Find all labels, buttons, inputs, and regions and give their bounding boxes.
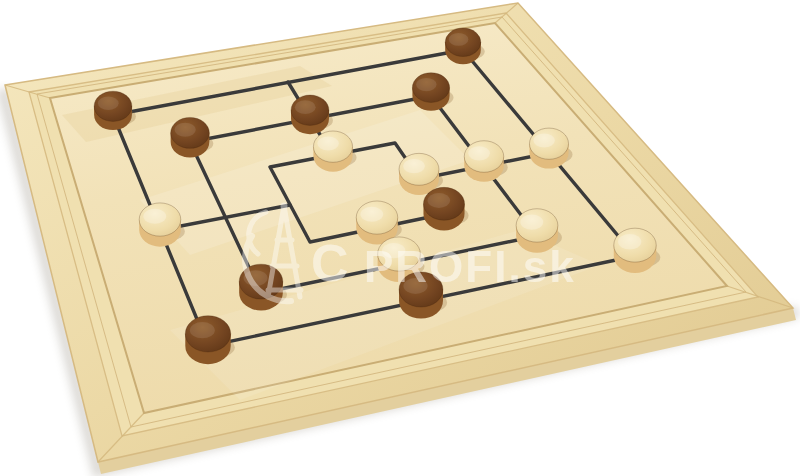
product-photo: C PROFI.sk bbox=[0, 0, 800, 476]
nine-mens-morris-board: C PROFI.sk bbox=[0, 0, 800, 476]
watermark-logo-letter: C bbox=[311, 234, 349, 292]
watermark-text: PROFI.sk bbox=[364, 242, 576, 291]
